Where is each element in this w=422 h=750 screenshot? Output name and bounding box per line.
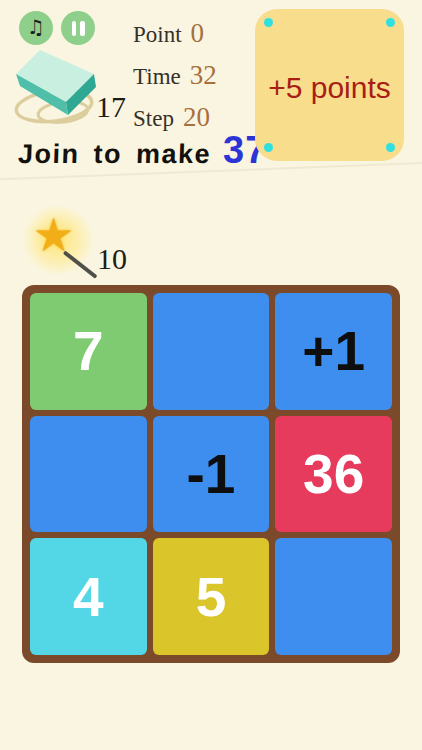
stat-time-label: Time — [133, 64, 181, 90]
wand-count: 10 — [97, 242, 127, 276]
card-corner-dot — [386, 143, 395, 152]
tile-r2c1[interactable] — [30, 416, 147, 533]
stat-time-value: 32 — [190, 60, 217, 91]
eraser-count: 17 — [96, 90, 126, 124]
tile-r2c3[interactable]: 36 — [275, 416, 392, 533]
stats-panel: Point 0 Time 32 Step 20 — [133, 18, 217, 144]
eraser-booster-button[interactable] — [10, 48, 105, 128]
stat-point-label: Point — [133, 22, 182, 48]
tile-r2c2[interactable]: -1 — [153, 416, 270, 533]
tile-r1c1[interactable]: 7 — [30, 293, 147, 410]
pause-icon — [72, 21, 85, 36]
goal-text: Join to make 37 — [18, 129, 267, 172]
wand-booster-button[interactable]: ★ — [22, 204, 162, 284]
pause-button[interactable] — [61, 11, 95, 45]
card-corner-dot — [264, 18, 273, 27]
bonus-card-label: +5 points — [255, 71, 404, 105]
card-corner-dot — [264, 143, 273, 152]
bonus-card: +5 points — [255, 9, 404, 161]
stat-time: Time 32 — [133, 60, 217, 91]
stat-point: Point 0 — [133, 18, 217, 49]
eraser-icon — [10, 48, 105, 128]
music-button[interactable]: ♫ — [19, 11, 53, 45]
board: 7+1-13645 — [22, 285, 400, 663]
card-corner-dot — [386, 18, 395, 27]
tile-r1c2[interactable] — [153, 293, 270, 410]
goal-prefix: Join to make — [17, 139, 211, 170]
music-notes-icon: ♫ — [27, 17, 45, 37]
tile-r1c3[interactable]: +1 — [275, 293, 392, 410]
tile-r3c1[interactable]: 4 — [30, 538, 147, 655]
tile-r3c3[interactable] — [275, 538, 392, 655]
tile-r3c2[interactable]: 5 — [153, 538, 270, 655]
stat-point-value: 0 — [191, 18, 205, 49]
magic-wand-star-icon: ★ — [33, 212, 74, 258]
game-screen: ♫ Point 0 Time 32 Step 20 17 Join to mak… — [0, 0, 422, 750]
